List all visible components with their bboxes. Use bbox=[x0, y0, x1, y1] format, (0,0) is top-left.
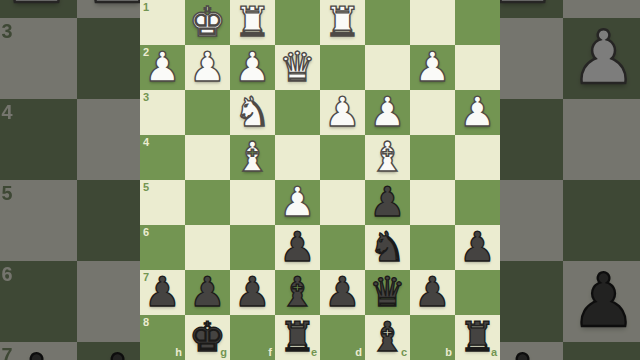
square-b1[interactable] bbox=[410, 0, 455, 45]
black-pawn[interactable]: ♟ bbox=[455, 225, 500, 270]
square-h7: 7♟ bbox=[0, 342, 77, 360]
square-h5: 5 bbox=[0, 180, 77, 261]
black-pawn: ♟ bbox=[563, 261, 640, 342]
square-h5[interactable]: 5 bbox=[140, 180, 185, 225]
square-h7[interactable]: 7♟ bbox=[140, 270, 185, 315]
white-rook[interactable]: ♜ bbox=[230, 0, 275, 45]
square-g7[interactable]: ♟ bbox=[185, 270, 230, 315]
square-h1[interactable]: 1 bbox=[140, 0, 185, 45]
square-f7[interactable]: ♟ bbox=[230, 270, 275, 315]
square-a6[interactable]: ♟ bbox=[455, 225, 500, 270]
black-pawn[interactable]: ♟ bbox=[140, 270, 185, 315]
black-pawn[interactable]: ♟ bbox=[230, 270, 275, 315]
file-label-f: f bbox=[268, 347, 272, 358]
file-label-b: b bbox=[445, 347, 452, 358]
rank-label-8: 8 bbox=[143, 317, 149, 328]
black-pawn[interactable]: ♟ bbox=[275, 225, 320, 270]
square-e2[interactable]: ♛ bbox=[275, 45, 320, 90]
square-d3[interactable]: ♟ bbox=[320, 90, 365, 135]
white-pawn[interactable]: ♟ bbox=[455, 90, 500, 135]
square-c7[interactable]: ♛ bbox=[365, 270, 410, 315]
square-b3[interactable] bbox=[410, 90, 455, 135]
square-g4[interactable] bbox=[185, 135, 230, 180]
square-g3[interactable] bbox=[185, 90, 230, 135]
square-g8[interactable]: g♚ bbox=[185, 315, 230, 360]
square-a3: ♟ bbox=[563, 18, 640, 99]
square-g5[interactable] bbox=[185, 180, 230, 225]
square-b5[interactable] bbox=[410, 180, 455, 225]
white-queen[interactable]: ♛ bbox=[275, 45, 320, 90]
square-e7[interactable]: ♝ bbox=[275, 270, 320, 315]
white-pawn[interactable]: ♟ bbox=[230, 45, 275, 90]
square-c8[interactable]: c♝ bbox=[365, 315, 410, 360]
square-h8[interactable]: 8h bbox=[140, 315, 185, 360]
square-a3[interactable]: ♟ bbox=[455, 90, 500, 135]
square-c6[interactable]: ♞ bbox=[365, 225, 410, 270]
square-f5[interactable] bbox=[230, 180, 275, 225]
square-a7[interactable] bbox=[455, 270, 500, 315]
square-d5[interactable] bbox=[320, 180, 365, 225]
square-b8[interactable]: b bbox=[410, 315, 455, 360]
square-a6: ♟ bbox=[563, 261, 640, 342]
square-h4: 4 bbox=[0, 99, 77, 180]
black-rook[interactable]: ♜ bbox=[455, 315, 500, 360]
square-d4[interactable] bbox=[320, 135, 365, 180]
square-a8[interactable]: a♜ bbox=[455, 315, 500, 360]
black-pawn[interactable]: ♟ bbox=[410, 270, 455, 315]
square-c5[interactable]: ♟ bbox=[365, 180, 410, 225]
square-b6[interactable] bbox=[410, 225, 455, 270]
square-a5 bbox=[563, 180, 640, 261]
rank-label-4: 4 bbox=[1, 103, 12, 123]
video-frame: 1♚♜♜2♟♟♟♛♟3♞♟♟♟4♝♝5♟♟6♟♞♟7♟♟♟♝♟♛♟8hg♚fe♜… bbox=[0, 0, 640, 360]
square-a2[interactable] bbox=[455, 45, 500, 90]
square-c4[interactable]: ♝ bbox=[365, 135, 410, 180]
square-d6[interactable] bbox=[320, 225, 365, 270]
square-f1[interactable]: ♜ bbox=[230, 0, 275, 45]
square-e4[interactable] bbox=[275, 135, 320, 180]
square-a5[interactable] bbox=[455, 180, 500, 225]
black-knight[interactable]: ♞ bbox=[365, 225, 410, 270]
square-c1[interactable] bbox=[365, 0, 410, 45]
white-rook[interactable]: ♜ bbox=[320, 0, 365, 45]
square-e1[interactable] bbox=[275, 0, 320, 45]
square-a4 bbox=[563, 99, 640, 180]
square-h3[interactable]: 3 bbox=[140, 90, 185, 135]
black-queen[interactable]: ♛ bbox=[365, 270, 410, 315]
black-rook[interactable]: ♜ bbox=[275, 315, 320, 360]
white-pawn[interactable]: ♟ bbox=[275, 180, 320, 225]
square-e5[interactable]: ♟ bbox=[275, 180, 320, 225]
square-h2: 2♟ bbox=[0, 0, 77, 18]
square-g1[interactable]: ♚ bbox=[185, 0, 230, 45]
square-f8[interactable]: f bbox=[230, 315, 275, 360]
square-d8[interactable]: d bbox=[320, 315, 365, 360]
square-g2[interactable]: ♟ bbox=[185, 45, 230, 90]
square-e3[interactable] bbox=[275, 90, 320, 135]
square-h3: 3 bbox=[0, 18, 77, 99]
rank-label-1: 1 bbox=[143, 2, 149, 13]
square-f2[interactable]: ♟ bbox=[230, 45, 275, 90]
white-king[interactable]: ♚ bbox=[185, 0, 230, 45]
square-f4[interactable]: ♝ bbox=[230, 135, 275, 180]
square-f6[interactable] bbox=[230, 225, 275, 270]
white-pawn[interactable]: ♟ bbox=[320, 90, 365, 135]
rank-label-3: 3 bbox=[143, 92, 149, 103]
square-g6[interactable] bbox=[185, 225, 230, 270]
black-pawn[interactable]: ♟ bbox=[185, 270, 230, 315]
black-pawn[interactable]: ♟ bbox=[320, 270, 365, 315]
rank-label-5: 5 bbox=[143, 182, 149, 193]
square-e8[interactable]: e♜ bbox=[275, 315, 320, 360]
white-pawn[interactable]: ♟ bbox=[185, 45, 230, 90]
square-h6: 6 bbox=[0, 261, 77, 342]
white-pawn: ♟ bbox=[563, 18, 640, 99]
square-b7[interactable]: ♟ bbox=[410, 270, 455, 315]
rank-label-3: 3 bbox=[1, 22, 12, 42]
rank-label-4: 4 bbox=[143, 137, 149, 148]
black-king[interactable]: ♚ bbox=[185, 315, 230, 360]
black-bishop[interactable]: ♝ bbox=[275, 270, 320, 315]
rank-label-5: 5 bbox=[1, 184, 12, 204]
square-h6[interactable]: 6 bbox=[140, 225, 185, 270]
black-bishop[interactable]: ♝ bbox=[365, 315, 410, 360]
white-pawn[interactable]: ♟ bbox=[140, 45, 185, 90]
square-b4[interactable] bbox=[410, 135, 455, 180]
square-c2[interactable] bbox=[365, 45, 410, 90]
rank-label-6: 6 bbox=[143, 227, 149, 238]
file-label-d: d bbox=[355, 347, 362, 358]
square-a1[interactable] bbox=[455, 0, 500, 45]
black-pawn[interactable]: ♟ bbox=[365, 180, 410, 225]
chess-board[interactable]: 1♚♜♜2♟♟♟♛♟3♞♟♟♟4♝♝5♟♟6♟♞♟7♟♟♟♝♟♛♟8hg♚fe♜… bbox=[140, 0, 500, 360]
square-e6[interactable]: ♟ bbox=[275, 225, 320, 270]
white-bishop[interactable]: ♝ bbox=[230, 135, 275, 180]
white-knight[interactable]: ♞ bbox=[230, 90, 275, 135]
white-pawn: ♟ bbox=[0, 0, 77, 18]
square-d1[interactable]: ♜ bbox=[320, 0, 365, 45]
square-a4[interactable] bbox=[455, 135, 500, 180]
white-pawn[interactable]: ♟ bbox=[410, 45, 455, 90]
white-bishop[interactable]: ♝ bbox=[365, 135, 410, 180]
square-c3[interactable]: ♟ bbox=[365, 90, 410, 135]
square-h2[interactable]: 2♟ bbox=[140, 45, 185, 90]
square-a7 bbox=[563, 342, 640, 360]
square-d2[interactable] bbox=[320, 45, 365, 90]
white-pawn[interactable]: ♟ bbox=[365, 90, 410, 135]
rank-label-6: 6 bbox=[1, 265, 12, 285]
square-f3[interactable]: ♞ bbox=[230, 90, 275, 135]
square-d7[interactable]: ♟ bbox=[320, 270, 365, 315]
square-b2[interactable]: ♟ bbox=[410, 45, 455, 90]
square-h4[interactable]: 4 bbox=[140, 135, 185, 180]
file-label-h: h bbox=[175, 347, 182, 358]
black-pawn: ♟ bbox=[0, 342, 77, 360]
